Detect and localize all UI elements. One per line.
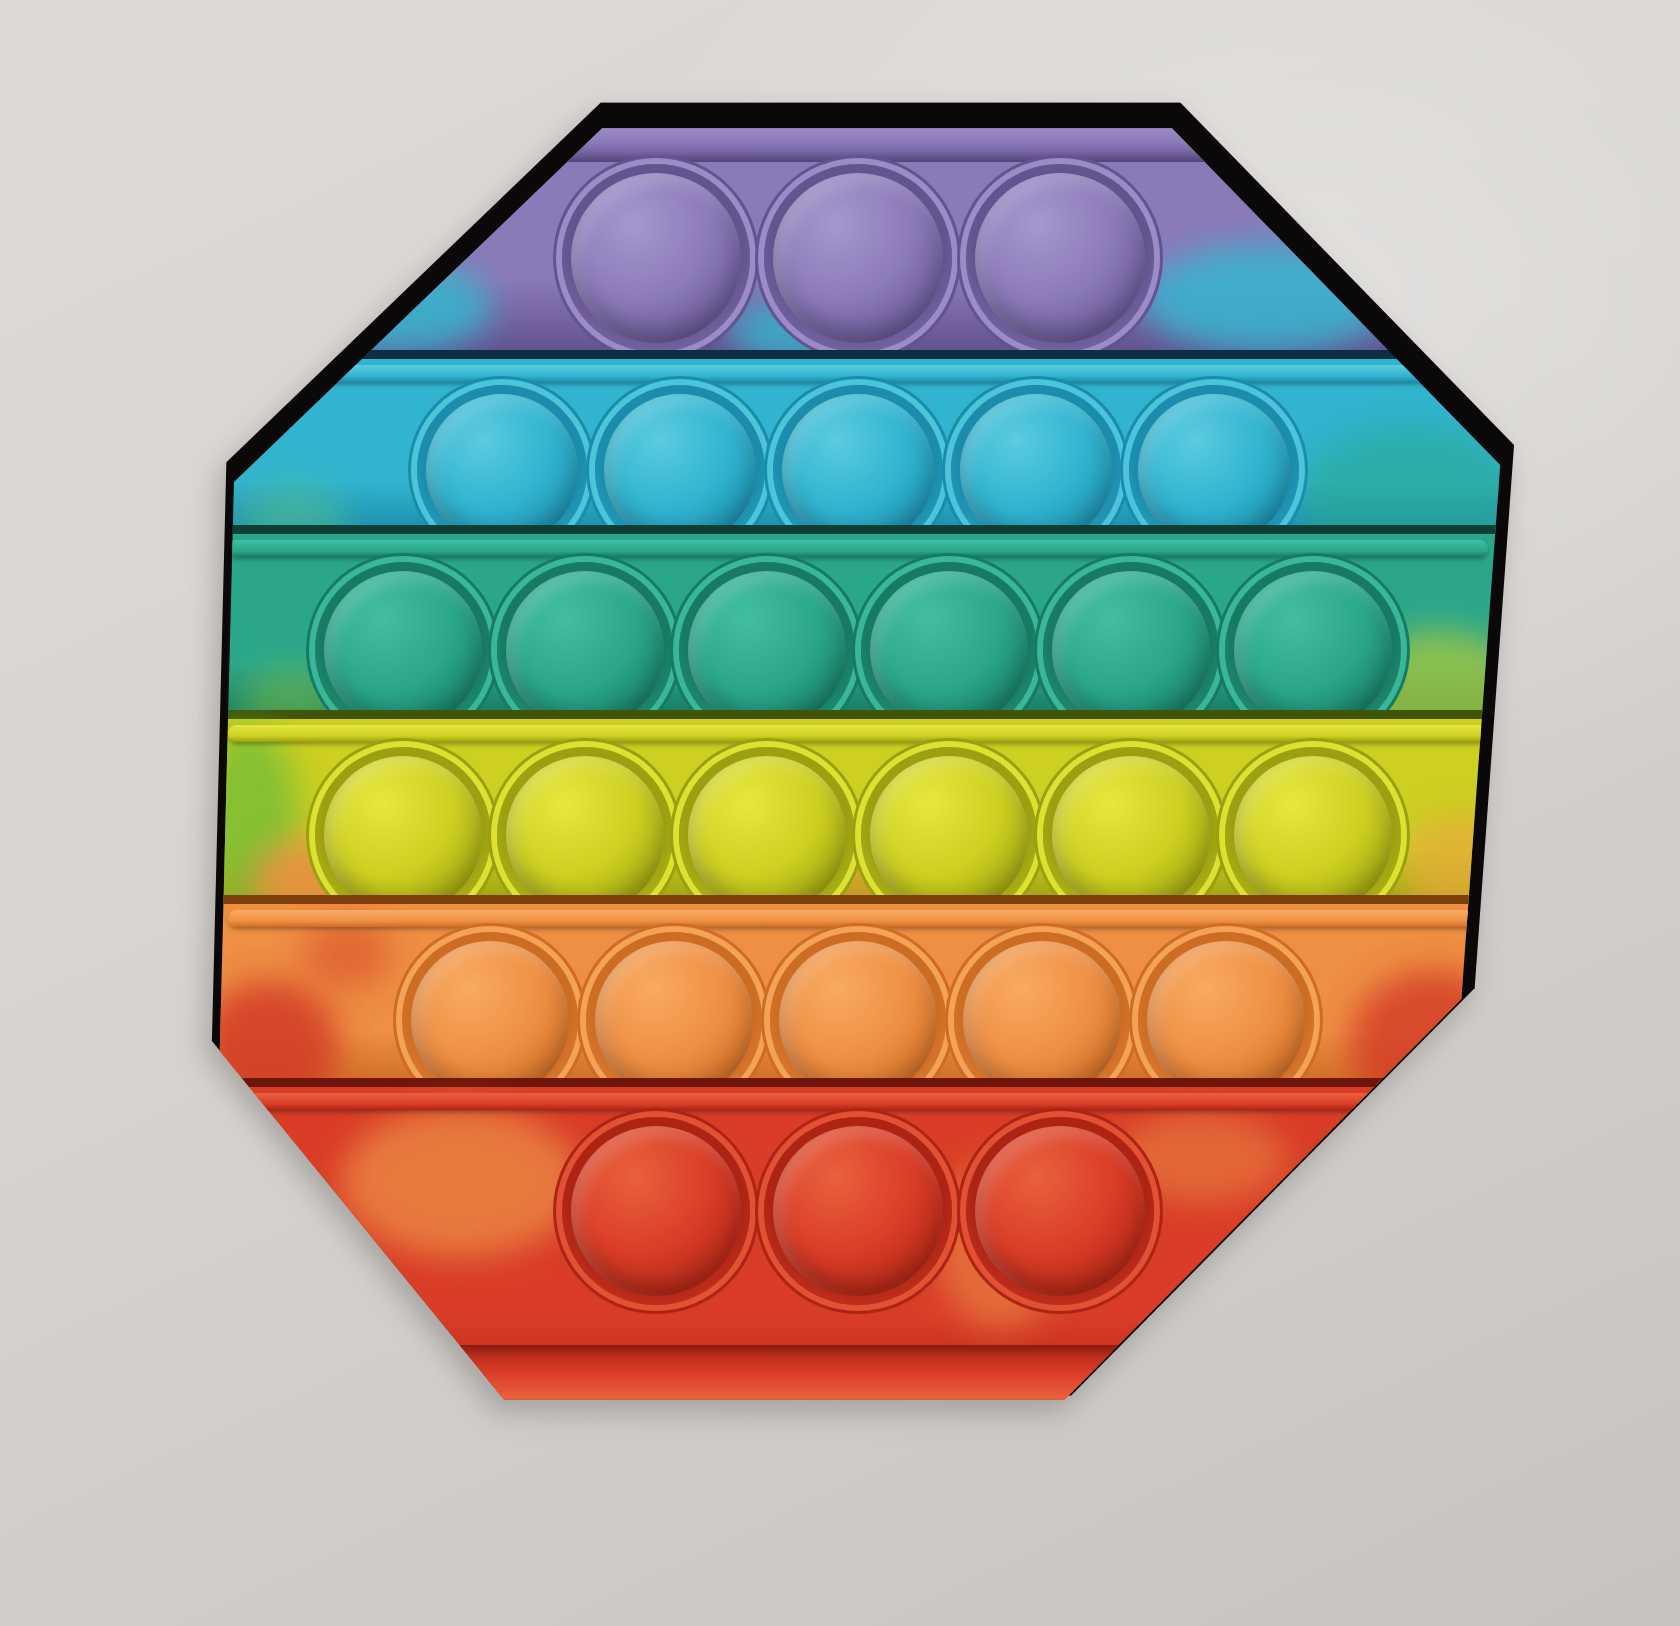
bubble-dome-up — [426, 394, 578, 546]
bubble-r6-c3-red[interactable] — [966, 1117, 1154, 1305]
bubble-dome-up — [604, 394, 756, 546]
row-orange — [212, 895, 1504, 1087]
bubble-dome-up — [773, 173, 943, 343]
bubble-dome-up — [1234, 756, 1392, 914]
bubble-dome-up — [688, 756, 846, 914]
bubble-r6-c1-red[interactable] — [562, 1117, 750, 1305]
row-divider-bar — [228, 365, 1488, 382]
bubble-dome-up — [870, 756, 1028, 914]
row-divider-bar — [228, 910, 1488, 927]
bubble-row — [212, 1117, 1504, 1305]
bubble-dome-up — [963, 941, 1121, 1099]
bubble-dome-up — [506, 571, 664, 729]
bubble-dome-up — [506, 756, 664, 914]
bubble-dome-up — [975, 1126, 1145, 1296]
row-yellow — [212, 710, 1504, 904]
bubble-r6-c2-red[interactable] — [764, 1117, 952, 1305]
row-divider-bar — [228, 725, 1488, 742]
bubble-dome-up — [1147, 941, 1305, 1099]
bubble-dome-up — [324, 756, 482, 914]
bubble-dome-up — [411, 941, 569, 1099]
pop-it-toy — [212, 110, 1504, 1406]
bubble-dome-up — [773, 1126, 943, 1296]
bubble-dome-up — [595, 941, 753, 1099]
bubble-dome-up — [1138, 394, 1290, 546]
bubble-dome-up — [1052, 571, 1210, 729]
bubble-dome-up — [960, 394, 1112, 546]
row-divider-bar — [228, 540, 1488, 557]
row-cyan — [212, 350, 1504, 534]
bubble-dome-up — [571, 1126, 741, 1296]
bubble-dome-up — [975, 173, 1145, 343]
row-divider-bar — [228, 1093, 1488, 1110]
bubble-dome-up — [779, 941, 937, 1099]
bubble-r1-c3-purple[interactable] — [966, 164, 1154, 352]
bubble-r1-c1-purple[interactable] — [562, 164, 750, 352]
bubble-dome-up — [324, 571, 482, 729]
row-teal-green — [212, 525, 1504, 719]
bubble-dome-up — [571, 173, 741, 343]
bubble-dome-up — [1234, 571, 1392, 729]
bottom-rim — [302, 1345, 1413, 1406]
bubble-dome-up — [782, 394, 934, 546]
photo-surface — [0, 0, 1680, 1626]
bubble-dome-up — [870, 571, 1028, 729]
row-red — [212, 1078, 1504, 1406]
bubble-dome-up — [1052, 756, 1210, 914]
bubble-r1-c2-purple[interactable] — [764, 164, 952, 352]
bubble-dome-up — [688, 571, 846, 729]
